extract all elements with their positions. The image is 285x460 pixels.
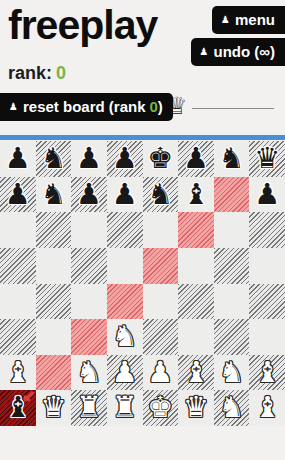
square-b3[interactable] <box>36 319 72 355</box>
square-b6[interactable] <box>36 212 72 248</box>
square-d5[interactable] <box>107 248 143 284</box>
black-knight: ♞ <box>36 177 72 212</box>
square-c2[interactable]: ♞ <box>71 355 107 391</box>
square-a4[interactable] <box>0 284 36 320</box>
white-bishop: ♝ <box>178 355 214 390</box>
menu-button[interactable]: ♟ menu <box>212 6 285 34</box>
white-knight: ♞ <box>214 390 250 425</box>
black-pawn: ♟ <box>107 141 143 176</box>
black-bishop: ♝ <box>178 177 214 212</box>
white-pawn: ♟ <box>107 355 143 390</box>
square-d6[interactable] <box>107 212 143 248</box>
square-c7[interactable]: ♟ <box>71 177 107 213</box>
white-queen: ♛ <box>178 390 214 425</box>
menu-button-label: menu <box>235 11 275 28</box>
queen-crown-icon[interactable]: ♕ <box>166 92 188 120</box>
white-knight: ♞ <box>107 319 143 354</box>
square-d8[interactable]: ♟ <box>107 141 143 177</box>
pawn-person-icon: ♟ <box>221 15 230 25</box>
square-h8[interactable]: ♛ <box>249 141 285 177</box>
white-bishop: ♝ <box>249 390 285 425</box>
square-g4[interactable] <box>214 284 250 320</box>
black-pawn: ♟ <box>0 177 36 212</box>
black-pawn: ♟ <box>249 177 285 212</box>
square-g3[interactable] <box>214 319 250 355</box>
square-f4[interactable] <box>178 284 214 320</box>
square-d2[interactable]: ♟ <box>107 355 143 391</box>
square-e6[interactable] <box>143 212 179 248</box>
square-c3[interactable] <box>71 319 107 355</box>
square-b1[interactable]: ♛ <box>36 390 72 426</box>
square-e1[interactable]: ♚ <box>143 390 179 426</box>
reset-board-button[interactable]: ♟ reset board (rank0) <box>0 93 173 121</box>
chess-board: ♟♞♟♟♚♟♞♛♟♞♟♟♞♝♟♞♝♞♟♟♝♞♝♝↙♛♜♜♚♛♞♝ <box>0 141 285 426</box>
square-d3[interactable]: ♞ <box>107 319 143 355</box>
reset-button-rank-value: 0 <box>150 98 158 115</box>
square-g6[interactable] <box>214 212 250 248</box>
white-knight: ♞ <box>71 355 107 390</box>
reset-button-label: reset board (rank <box>23 98 146 115</box>
black-pawn: ♟ <box>71 141 107 176</box>
square-g5[interactable] <box>214 248 250 284</box>
rank-display: rank:0 <box>8 63 66 84</box>
white-rook: ♜ <box>107 390 143 425</box>
square-a2[interactable]: ♝ <box>0 355 36 391</box>
square-h1[interactable]: ♝ <box>249 390 285 426</box>
square-e3[interactable] <box>143 319 179 355</box>
black-pawn: ♟ <box>107 177 143 212</box>
square-d4[interactable] <box>107 284 143 320</box>
square-e7[interactable]: ♞ <box>143 177 179 213</box>
square-b2[interactable] <box>36 355 72 391</box>
black-pawn: ♟ <box>71 177 107 212</box>
rank-value: 0 <box>56 63 66 83</box>
white-bishop: ♝ <box>0 355 36 390</box>
square-a5[interactable] <box>0 248 36 284</box>
pawn-person-icon: ♟ <box>200 47 209 57</box>
square-c6[interactable] <box>71 212 107 248</box>
square-f3[interactable] <box>178 319 214 355</box>
square-e8[interactable]: ♚ <box>143 141 179 177</box>
square-f6[interactable] <box>178 212 214 248</box>
square-c5[interactable] <box>71 248 107 284</box>
square-a1[interactable]: ♝↙ <box>0 390 36 426</box>
piece-rank-slider-track[interactable] <box>192 108 274 109</box>
square-b8[interactable]: ♞ <box>36 141 72 177</box>
square-d7[interactable]: ♟ <box>107 177 143 213</box>
square-e2[interactable]: ♟ <box>143 355 179 391</box>
black-queen: ♛ <box>249 141 285 176</box>
square-h2[interactable]: ♝ <box>249 355 285 391</box>
black-knight: ♞ <box>214 141 250 176</box>
square-g8[interactable]: ♞ <box>214 141 250 177</box>
reset-button-label-suffix: ) <box>158 98 163 115</box>
black-king: ♚ <box>143 141 179 176</box>
square-f1[interactable]: ♛ <box>178 390 214 426</box>
white-rook: ♜ <box>71 390 107 425</box>
square-b5[interactable] <box>36 248 72 284</box>
undo-button[interactable]: ♟ undo (∞) <box>191 38 285 66</box>
pawn-person-icon: ♟ <box>9 102 18 112</box>
square-a3[interactable] <box>0 319 36 355</box>
square-g2[interactable]: ♞ <box>214 355 250 391</box>
square-d1[interactable]: ♜ <box>107 390 143 426</box>
white-knight: ♞ <box>214 355 250 390</box>
square-b4[interactable] <box>36 284 72 320</box>
black-pawn: ♟ <box>178 141 214 176</box>
square-c1[interactable]: ♜ <box>71 390 107 426</box>
square-a8[interactable]: ♟ <box>0 141 36 177</box>
square-g7[interactable] <box>214 177 250 213</box>
black-knight: ♞ <box>36 141 72 176</box>
page-title: freeplay <box>8 2 157 49</box>
square-b7[interactable]: ♞ <box>36 177 72 213</box>
white-queen: ♛ <box>36 390 72 425</box>
square-c4[interactable] <box>71 284 107 320</box>
square-a6[interactable] <box>0 212 36 248</box>
square-h6[interactable] <box>249 212 285 248</box>
square-h5[interactable] <box>249 248 285 284</box>
square-c8[interactable]: ♟ <box>71 141 107 177</box>
white-king: ♚ <box>143 390 179 425</box>
square-a7[interactable]: ♟ <box>0 177 36 213</box>
square-h3[interactable] <box>249 319 285 355</box>
square-h4[interactable] <box>249 284 285 320</box>
last-move-arrow-icon: ↙ <box>22 387 35 406</box>
white-bishop: ♝ <box>249 355 285 390</box>
square-h7[interactable]: ♟ <box>249 177 285 213</box>
rank-label: rank: <box>8 63 52 83</box>
black-knight: ♞ <box>143 177 179 212</box>
square-e4[interactable] <box>143 284 179 320</box>
square-e5[interactable] <box>143 248 179 284</box>
square-f8[interactable]: ♟ <box>178 141 214 177</box>
square-f5[interactable] <box>178 248 214 284</box>
undo-button-label: undo (∞) <box>213 43 275 60</box>
square-f7[interactable]: ♝ <box>178 177 214 213</box>
white-pawn: ♟ <box>143 355 179 390</box>
square-f2[interactable]: ♝ <box>178 355 214 391</box>
black-pawn: ♟ <box>0 141 36 176</box>
board-top-divider <box>0 135 285 140</box>
square-g1[interactable]: ♞ <box>214 390 250 426</box>
